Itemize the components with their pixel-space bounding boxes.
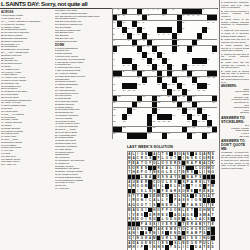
white-cell: 49 bbox=[152, 40, 156, 46]
black-cell bbox=[203, 175, 207, 179]
white-cell: 129 bbox=[192, 96, 196, 102]
cell-letter: O bbox=[136, 203, 140, 207]
white-cell: B bbox=[198, 161, 202, 165]
black-cell bbox=[187, 71, 191, 77]
white-cell: L bbox=[169, 236, 173, 240]
white-cell: A bbox=[132, 227, 136, 231]
black-cell bbox=[167, 114, 171, 120]
white-cell: O bbox=[211, 166, 215, 170]
white-cell: 57 bbox=[177, 46, 181, 52]
white-cell: S bbox=[140, 227, 144, 231]
cell-letter: L bbox=[161, 184, 165, 188]
black-cell bbox=[127, 33, 131, 39]
white-cell: E bbox=[148, 212, 152, 216]
black-cell bbox=[211, 217, 215, 221]
white-cell: C bbox=[153, 180, 157, 184]
cell-letter: Y bbox=[173, 175, 177, 179]
white-cell: S bbox=[190, 236, 194, 240]
white-cell: G bbox=[140, 152, 144, 156]
cell-letter: E bbox=[173, 180, 177, 184]
white-cell: L bbox=[178, 194, 182, 198]
white-cell bbox=[197, 71, 201, 77]
white-cell: Y bbox=[211, 194, 215, 198]
cell-number: 26 bbox=[207, 21, 209, 23]
cell-letter: E bbox=[178, 217, 182, 221]
cell-letter: O bbox=[165, 156, 169, 160]
white-cell: I bbox=[194, 184, 198, 188]
white-cell: 96 bbox=[147, 77, 151, 83]
white-cell bbox=[207, 33, 211, 39]
white-cell: T bbox=[182, 166, 186, 170]
white-cell: G bbox=[136, 208, 140, 212]
white-cell: 7 bbox=[152, 9, 156, 15]
cell-letter: I bbox=[128, 212, 132, 216]
trivia-question: 2. Who played Thelma in 1991's "Thelma a… bbox=[221, 10, 249, 18]
black-cell bbox=[137, 9, 141, 15]
cell-letter: R bbox=[190, 222, 194, 226]
white-cell: V bbox=[161, 222, 165, 226]
white-cell bbox=[142, 114, 146, 120]
cell-number: 65 bbox=[187, 52, 189, 54]
cell-letter: E bbox=[207, 245, 211, 249]
cell-letter: E bbox=[161, 241, 165, 245]
white-cell bbox=[157, 127, 161, 133]
cell-letter: M bbox=[207, 208, 211, 212]
white-cell: S bbox=[211, 208, 215, 212]
black-cell bbox=[162, 133, 166, 139]
white-cell bbox=[117, 89, 121, 95]
cell-number: 125 bbox=[157, 96, 160, 98]
cell-letter: N bbox=[153, 231, 157, 235]
cell-letter: S bbox=[178, 166, 182, 170]
cell-letter: I bbox=[203, 170, 207, 174]
solution-heading: LAST WEEK'S SOLUTION bbox=[127, 145, 173, 149]
white-cell: P bbox=[194, 175, 198, 179]
white-cell: K bbox=[211, 161, 215, 165]
cell-letter: N bbox=[182, 194, 186, 198]
cell-letter: A bbox=[207, 194, 211, 198]
white-cell: 51 bbox=[197, 40, 201, 46]
cell-letter: N bbox=[157, 245, 161, 249]
cell-letter: S bbox=[128, 194, 132, 198]
white-cell: S bbox=[148, 156, 152, 160]
cell-letter: Y bbox=[165, 198, 169, 202]
cell-letter: H bbox=[132, 245, 136, 249]
cell-number: 71 bbox=[157, 58, 159, 60]
white-cell: P bbox=[198, 241, 202, 245]
cell-number: 51 bbox=[197, 40, 199, 42]
white-cell: I bbox=[144, 198, 148, 202]
cell-letter: G bbox=[198, 152, 202, 156]
cell-letter: B bbox=[173, 152, 177, 156]
cell-number: 108 bbox=[167, 83, 170, 85]
cell-number: 158 bbox=[167, 120, 170, 122]
white-cell: N bbox=[173, 231, 177, 235]
black-cell bbox=[192, 77, 196, 83]
white-cell: T bbox=[140, 161, 144, 165]
white-cell bbox=[142, 64, 146, 70]
black-cell bbox=[157, 52, 161, 58]
cell-letter: P bbox=[173, 198, 177, 202]
white-cell bbox=[142, 120, 146, 126]
white-cell: 157 bbox=[162, 120, 166, 126]
white-cell: E bbox=[165, 227, 169, 231]
newspaper-puzzle-page: L SAINTS DAY: Sorry, not quite all ACROS… bbox=[0, 0, 250, 250]
white-cell: T bbox=[173, 156, 177, 160]
white-cell: B bbox=[136, 180, 140, 184]
white-cell: A bbox=[182, 152, 186, 156]
black-cell bbox=[147, 58, 151, 64]
cell-letter: D bbox=[211, 189, 215, 193]
cell-number: 76 bbox=[128, 64, 130, 66]
white-cell bbox=[137, 114, 141, 120]
white-cell bbox=[127, 46, 131, 52]
white-cell: 37 bbox=[132, 33, 136, 39]
cell-letter: E bbox=[182, 241, 186, 245]
cell-letter: S bbox=[148, 194, 152, 198]
cell-letter: L bbox=[178, 194, 182, 198]
white-cell: S bbox=[153, 189, 157, 193]
white-cell bbox=[152, 77, 156, 83]
cell-letter: V bbox=[132, 212, 136, 216]
black-cell bbox=[132, 175, 136, 179]
white-cell bbox=[117, 114, 121, 120]
white-cell: 100 bbox=[187, 77, 191, 83]
white-cell: E bbox=[190, 212, 194, 216]
white-cell: N bbox=[144, 166, 148, 170]
cell-letter: E bbox=[144, 227, 148, 231]
cell-letter: S bbox=[165, 175, 169, 179]
cell-number: 146 bbox=[128, 114, 131, 116]
cell-letter: R bbox=[132, 184, 136, 188]
white-cell: F bbox=[161, 208, 165, 212]
cell-letter: G bbox=[190, 241, 194, 245]
cell-number: 113 bbox=[113, 89, 116, 91]
white-cell: S bbox=[153, 222, 157, 226]
cell-letter: I bbox=[157, 222, 161, 226]
cell-number: 153 bbox=[113, 120, 116, 122]
white-cell: A bbox=[128, 152, 132, 156]
white-cell: P bbox=[194, 161, 198, 165]
cell-letter: S bbox=[165, 241, 169, 245]
cell-number: 40 bbox=[157, 33, 159, 35]
black-cell bbox=[182, 161, 186, 165]
black-cell bbox=[178, 156, 182, 160]
white-cell: O bbox=[140, 217, 144, 221]
white-cell: L bbox=[173, 203, 177, 207]
cell-number: 137 bbox=[212, 102, 215, 104]
cell-letter: G bbox=[173, 217, 177, 221]
cell-letter: U bbox=[140, 203, 144, 207]
white-cell bbox=[137, 58, 141, 64]
cell-letter: S bbox=[211, 208, 215, 212]
black-cell bbox=[182, 108, 186, 114]
cell-letter: S bbox=[190, 236, 194, 240]
white-cell: S bbox=[173, 236, 177, 240]
white-cell: E bbox=[211, 203, 215, 207]
cell-letter: H bbox=[207, 227, 211, 231]
cell-letter: G bbox=[128, 236, 132, 240]
cell-number: 73 bbox=[207, 58, 209, 60]
white-cell: A bbox=[182, 212, 186, 216]
white-cell bbox=[147, 102, 151, 108]
cell-number: 19 bbox=[192, 15, 194, 17]
cell-letter: S bbox=[198, 175, 202, 179]
cell-letter: N bbox=[194, 203, 198, 207]
cell-number: 92 bbox=[192, 71, 194, 73]
cell-letter: R bbox=[198, 227, 202, 231]
cell-letter: H bbox=[153, 208, 157, 212]
cell-number: 130 bbox=[113, 102, 116, 104]
white-cell: S bbox=[165, 175, 169, 179]
white-cell: G bbox=[140, 208, 144, 212]
black-cell bbox=[136, 222, 140, 226]
cell-number: 120 bbox=[187, 89, 190, 91]
cell-letter: G bbox=[136, 208, 140, 212]
cell-letter: I bbox=[203, 203, 207, 207]
white-cell: Y bbox=[165, 198, 169, 202]
cell-letter: T bbox=[182, 222, 186, 226]
cell-number: 54 bbox=[143, 46, 145, 48]
cell-letter: D bbox=[211, 245, 215, 249]
white-cell: E bbox=[136, 212, 140, 216]
cell-number: 83 bbox=[192, 64, 194, 66]
cell-letter: R bbox=[207, 156, 211, 160]
black-cell bbox=[132, 102, 136, 108]
cell-number: 168 bbox=[148, 133, 151, 135]
white-cell: 14 bbox=[137, 15, 141, 21]
cell-number: 102 bbox=[207, 77, 210, 79]
white-cell: 144 bbox=[202, 108, 206, 114]
white-cell: N bbox=[207, 170, 211, 174]
black-cell bbox=[177, 21, 181, 27]
black-cell bbox=[148, 208, 152, 212]
white-cell: 97 bbox=[162, 77, 166, 83]
black-cell bbox=[190, 166, 194, 170]
white-cell: F bbox=[157, 156, 161, 160]
trivia-question: 9. What kind of animal was the star of D… bbox=[221, 70, 249, 78]
white-cell bbox=[117, 102, 121, 108]
white-cell: I bbox=[198, 236, 202, 240]
white-cell: S bbox=[161, 245, 165, 249]
white-cell: 48 bbox=[142, 40, 146, 46]
cell-letter: T bbox=[203, 245, 207, 249]
white-cell: B bbox=[173, 152, 177, 156]
white-cell: A bbox=[153, 198, 157, 202]
cell-letter: M bbox=[144, 184, 148, 188]
trivia-question: 4. What city and province is home to a 1… bbox=[221, 29, 249, 37]
black-cell bbox=[152, 108, 156, 114]
cell-number: 121 bbox=[197, 89, 200, 91]
cell-letter: T bbox=[207, 222, 211, 226]
white-cell bbox=[157, 133, 161, 139]
trivia-question: 1. What do the Australian, French and U.… bbox=[221, 1, 249, 9]
white-cell: 145 bbox=[113, 114, 117, 120]
white-cell bbox=[177, 64, 181, 70]
cell-letter: C bbox=[153, 241, 157, 245]
white-cell: 130 bbox=[113, 102, 117, 108]
cell-number: 75 bbox=[123, 64, 125, 66]
cell-letter: R bbox=[186, 161, 190, 165]
cell-letter: L bbox=[207, 241, 211, 245]
black-cell bbox=[197, 83, 201, 89]
white-cell bbox=[117, 33, 121, 39]
cell-letter: A bbox=[132, 208, 136, 212]
white-cell: N bbox=[144, 152, 148, 156]
white-cell bbox=[132, 52, 136, 58]
cell-number: 152 bbox=[207, 114, 210, 116]
cell-number: 16 bbox=[162, 15, 164, 17]
black-cell bbox=[117, 127, 121, 133]
white-cell: C bbox=[207, 161, 211, 165]
white-cell: E bbox=[144, 241, 148, 245]
cell-letter: U bbox=[194, 227, 198, 231]
trivia-question-number: 4. bbox=[221, 29, 224, 32]
white-cell bbox=[157, 89, 161, 95]
white-cell: T bbox=[190, 184, 194, 188]
cell-letter: R bbox=[165, 236, 169, 240]
white-cell bbox=[152, 33, 156, 39]
white-cell bbox=[147, 83, 151, 89]
white-cell: E bbox=[161, 212, 165, 216]
white-cell: 165 bbox=[192, 127, 196, 133]
white-cell: H bbox=[132, 170, 136, 174]
white-cell: Y bbox=[173, 175, 177, 179]
cell-number: 21 bbox=[113, 21, 115, 23]
white-cell: I bbox=[144, 208, 148, 212]
cell-letter: E bbox=[190, 212, 194, 216]
white-cell: S bbox=[182, 180, 186, 184]
cell-letter: F bbox=[161, 189, 165, 193]
cell-letter: D bbox=[132, 241, 136, 245]
cell-letter: E bbox=[165, 222, 169, 226]
white-cell bbox=[177, 127, 181, 133]
cell-letter: A bbox=[198, 245, 202, 249]
cell-number: 67 bbox=[113, 58, 115, 60]
cell-letter: R bbox=[132, 198, 136, 202]
white-cell: R bbox=[173, 189, 177, 193]
cell-letter: I bbox=[182, 245, 186, 249]
black-cell bbox=[190, 152, 194, 156]
white-cell: 162 bbox=[122, 127, 126, 133]
white-cell: U bbox=[173, 194, 177, 198]
cell-letter: S bbox=[161, 175, 165, 179]
cell-letter: S bbox=[178, 175, 182, 179]
cell-letter: K bbox=[211, 161, 215, 165]
cell-letter: E bbox=[140, 180, 144, 184]
white-cell: 154 bbox=[122, 120, 126, 126]
white-cell: S bbox=[203, 231, 207, 235]
white-cell: L bbox=[169, 166, 173, 170]
white-cell: E bbox=[203, 189, 207, 193]
cell-letter: T bbox=[140, 161, 144, 165]
cell-letter: R bbox=[173, 189, 177, 193]
white-cell: 53 bbox=[132, 46, 136, 52]
black-cell bbox=[187, 133, 191, 139]
white-cell: 109 bbox=[172, 83, 176, 89]
white-cell: L bbox=[157, 198, 161, 202]
white-cell: 30 bbox=[127, 27, 131, 33]
black-cell bbox=[152, 64, 156, 70]
white-cell: L bbox=[182, 208, 186, 212]
black-cell bbox=[172, 96, 176, 102]
cell-letter: U bbox=[198, 166, 202, 170]
cell-letter: S bbox=[140, 212, 144, 216]
cell-letter: E bbox=[132, 161, 136, 165]
white-cell bbox=[117, 40, 121, 46]
cell-number: 53 bbox=[133, 46, 135, 48]
white-cell bbox=[127, 77, 131, 83]
cell-number: 29 bbox=[118, 27, 120, 29]
white-cell: L bbox=[132, 152, 136, 156]
white-cell: 104 bbox=[113, 83, 117, 89]
cell-letter: E bbox=[140, 166, 144, 170]
cell-letter: Y bbox=[178, 203, 182, 207]
cell-letter: E bbox=[186, 208, 190, 212]
black-cell bbox=[122, 83, 126, 89]
black-cell bbox=[132, 222, 136, 226]
white-cell: 102 bbox=[207, 77, 211, 83]
black-cell bbox=[147, 120, 151, 126]
cell-number: 85 bbox=[202, 64, 204, 66]
white-cell: 3 bbox=[127, 9, 131, 15]
black-cell bbox=[152, 96, 156, 102]
trivia-list: 1. What do the Australian, French and U.… bbox=[221, 1, 249, 169]
white-cell: 6 bbox=[147, 9, 151, 15]
white-cell: 22 bbox=[122, 21, 126, 27]
white-cell: O bbox=[136, 203, 140, 207]
cell-number: 157 bbox=[162, 120, 165, 122]
white-cell: N bbox=[136, 236, 140, 240]
white-cell: 77 bbox=[137, 64, 141, 70]
white-cell: 90 bbox=[172, 71, 176, 77]
cell-letter: O bbox=[173, 208, 177, 212]
white-cell: P bbox=[198, 231, 202, 235]
cell-number: 136 bbox=[197, 102, 200, 104]
white-cell bbox=[197, 21, 201, 27]
white-cell: 24 bbox=[142, 21, 146, 27]
white-cell: P bbox=[207, 184, 211, 188]
white-cell: 12 bbox=[117, 15, 121, 21]
white-cell: 113 bbox=[113, 89, 117, 95]
white-cell: 68 bbox=[132, 58, 136, 64]
white-cell bbox=[172, 15, 176, 21]
white-cell: 5 bbox=[142, 9, 146, 15]
white-cell: 138 bbox=[113, 108, 117, 114]
down-clue: 97 Arctic bird bbox=[55, 187, 111, 190]
white-cell: H bbox=[207, 227, 211, 231]
cell-number: 127 bbox=[177, 96, 180, 98]
trivia-question-number: 9. bbox=[221, 69, 225, 72]
cell-number: 24 bbox=[143, 21, 145, 23]
cell-number: 110 bbox=[182, 83, 185, 85]
cell-letter: O bbox=[136, 184, 140, 188]
white-cell: L bbox=[211, 241, 215, 245]
cell-letter: L bbox=[178, 245, 182, 249]
white-cell bbox=[192, 27, 196, 33]
white-cell: O bbox=[144, 161, 148, 165]
cell-letter: L bbox=[211, 241, 215, 245]
cell-letter: S bbox=[173, 222, 177, 226]
cell-number: 148 bbox=[172, 114, 175, 116]
cell-letter: D bbox=[178, 231, 182, 235]
white-cell: 60 bbox=[137, 52, 141, 58]
cell-number: 150 bbox=[192, 114, 195, 116]
white-cell: E bbox=[194, 194, 198, 198]
black-cell bbox=[165, 184, 169, 188]
white-cell bbox=[117, 83, 121, 89]
white-cell: 143 bbox=[192, 108, 196, 114]
